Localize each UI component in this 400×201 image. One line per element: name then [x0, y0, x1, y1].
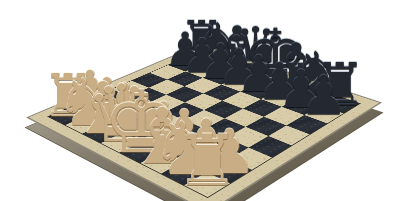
scene: ♜♞♝♛♚♝♞♜♟♟♟♟♟♟♟♟♟♟♟♟♟♟♟♟♜♞♝♛♚♝♞♜ — [0, 0, 400, 201]
board-grid — [47, 50, 361, 198]
chess-board — [26, 44, 382, 201]
